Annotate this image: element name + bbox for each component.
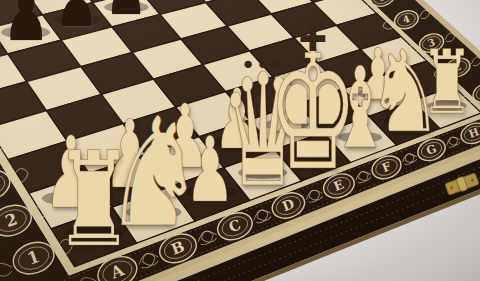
chess-board: ABCDEFGH1234123456	[0, 0, 480, 281]
chess-set-photo: ABCDEFGH1234123456 ♟♟♟♟♟♟♟♟♟♜♞♟♛•••♚✚♝♞♜	[0, 0, 480, 281]
